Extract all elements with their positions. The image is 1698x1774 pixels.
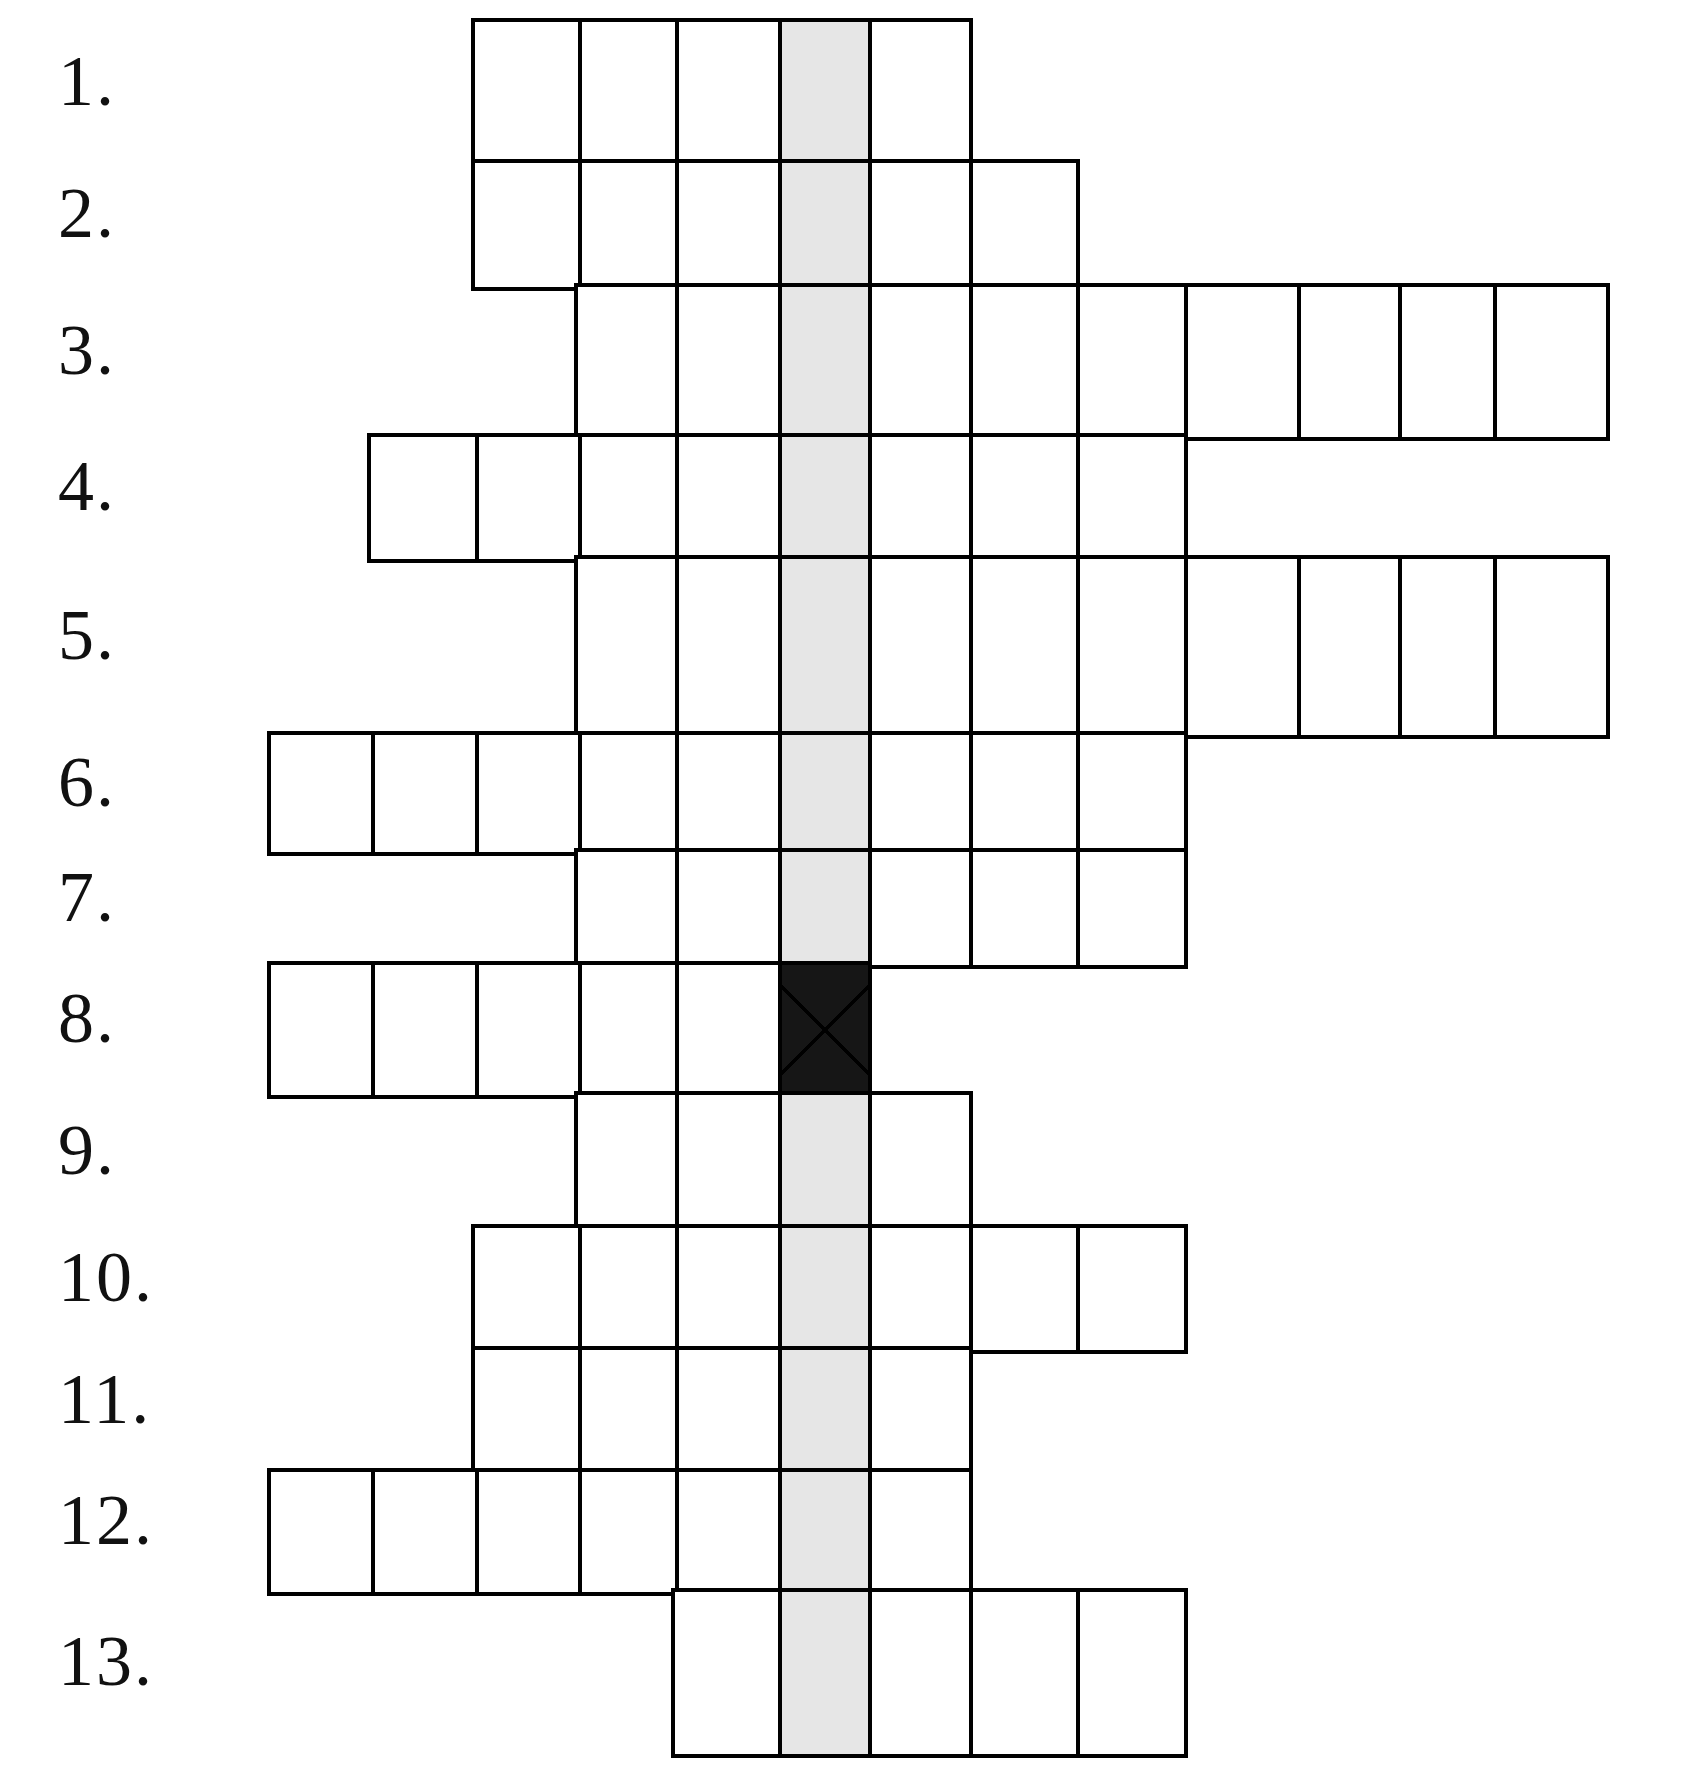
solution-column-cell[interactable] <box>778 287 868 437</box>
solution-column-cell[interactable] <box>778 1592 868 1754</box>
solution-column-cell[interactable] <box>778 22 868 163</box>
answer-row-13 <box>671 1588 1188 1758</box>
letter-cell[interactable] <box>969 1228 1076 1350</box>
answer-row-4 <box>367 433 1188 563</box>
solution-column-cell[interactable] <box>778 1228 868 1350</box>
letter-cell[interactable] <box>969 559 1076 735</box>
letter-cell[interactable] <box>1398 287 1493 437</box>
letter-cell[interactable] <box>868 1472 969 1592</box>
letter-cell[interactable] <box>675 437 778 559</box>
letter-cell[interactable] <box>675 1228 778 1350</box>
row-number-label-6: 6. <box>58 746 116 818</box>
letter-cell[interactable] <box>868 22 969 163</box>
letter-cell[interactable] <box>1076 852 1184 965</box>
letter-cell[interactable] <box>1076 1592 1184 1754</box>
letter-cell[interactable] <box>578 965 675 1095</box>
letter-cell[interactable] <box>969 735 1076 852</box>
letter-cell[interactable] <box>675 1472 778 1592</box>
letter-cell[interactable] <box>475 735 578 852</box>
letter-cell[interactable] <box>868 1350 969 1472</box>
letter-cell[interactable] <box>675 287 778 437</box>
letter-cell[interactable] <box>1297 559 1398 735</box>
letter-cell[interactable] <box>675 163 778 287</box>
row-number-label-1: 1. <box>58 45 116 117</box>
letter-cell[interactable] <box>1184 559 1297 735</box>
answer-row-3 <box>574 283 1610 441</box>
letter-cell[interactable] <box>271 965 371 1095</box>
answer-row-1 <box>471 18 973 167</box>
letter-cell[interactable] <box>868 852 969 965</box>
answer-row-5 <box>574 555 1610 739</box>
answer-row-10 <box>471 1224 1188 1354</box>
letter-cell[interactable] <box>475 163 578 287</box>
letter-cell[interactable] <box>969 287 1076 437</box>
solution-column-cell[interactable] <box>778 852 868 965</box>
answer-row-6 <box>267 731 1188 856</box>
letter-cell[interactable] <box>578 163 675 287</box>
letter-cell[interactable] <box>675 1095 778 1228</box>
answer-row-7 <box>574 848 1188 969</box>
row-number-label-2: 2. <box>58 177 116 249</box>
letter-cell[interactable] <box>578 287 675 437</box>
letter-cell[interactable] <box>868 1228 969 1350</box>
letter-cell[interactable] <box>578 559 675 735</box>
letter-cell[interactable] <box>578 1350 675 1472</box>
row-number-label-13: 13. <box>58 1625 154 1697</box>
letter-cell[interactable] <box>475 22 578 163</box>
letter-cell[interactable] <box>271 735 371 852</box>
answer-row-2 <box>471 159 1080 291</box>
answer-row-12 <box>267 1468 973 1596</box>
row-number-label-8: 8. <box>58 982 116 1054</box>
letter-cell[interactable] <box>1493 559 1606 735</box>
letter-cell[interactable] <box>475 1472 578 1592</box>
letter-cell[interactable] <box>1076 437 1184 559</box>
letter-cell[interactable] <box>271 1472 371 1592</box>
letter-cell[interactable] <box>675 852 778 965</box>
row-number-label-3: 3. <box>58 314 116 386</box>
solution-column-cell[interactable] <box>778 735 868 852</box>
letter-cell[interactable] <box>1076 287 1184 437</box>
letter-cell[interactable] <box>868 287 969 437</box>
letter-cell[interactable] <box>371 735 475 852</box>
row-number-label-11: 11. <box>58 1363 151 1435</box>
row-number-label-9: 9. <box>58 1114 116 1186</box>
letter-cell[interactable] <box>969 163 1076 287</box>
letter-cell[interactable] <box>1076 559 1184 735</box>
letter-cell[interactable] <box>475 1350 578 1472</box>
solution-column-cell[interactable] <box>778 163 868 287</box>
letter-cell[interactable] <box>1184 287 1297 437</box>
row-number-label-10: 10. <box>58 1241 154 1313</box>
solution-column-cell[interactable] <box>778 1472 868 1592</box>
letter-cell[interactable] <box>675 735 778 852</box>
letter-cell[interactable] <box>475 437 578 559</box>
puzzle-board: 1.2.3.4.5.6.7.8.9.10.11.12.13. <box>0 0 1698 1774</box>
letter-cell[interactable] <box>1076 1228 1184 1350</box>
letter-cell[interactable] <box>1398 559 1493 735</box>
letter-cell[interactable] <box>578 852 675 965</box>
letter-cell[interactable] <box>578 735 675 852</box>
letter-cell[interactable] <box>1297 287 1398 437</box>
solution-column-cell[interactable] <box>778 559 868 735</box>
letter-cell[interactable] <box>675 22 778 163</box>
row-number-label-5: 5. <box>58 599 116 671</box>
letter-cell[interactable] <box>371 1472 475 1592</box>
letter-cell[interactable] <box>868 1095 969 1228</box>
letter-cell[interactable] <box>868 559 969 735</box>
page: 1.2.3.4.5.6.7.8.9.10.11.12.13. <box>0 0 1698 1774</box>
letter-cell[interactable] <box>578 22 675 163</box>
letter-cell[interactable] <box>578 437 675 559</box>
letter-cell[interactable] <box>969 1592 1076 1754</box>
letter-cell[interactable] <box>475 1228 578 1350</box>
row-number-label-4: 4. <box>58 450 116 522</box>
letter-cell[interactable] <box>969 852 1076 965</box>
row-number-label-7: 7. <box>58 861 116 933</box>
solution-column-cell[interactable] <box>778 437 868 559</box>
letter-cell[interactable] <box>675 1592 778 1754</box>
letter-cell[interactable] <box>371 437 475 559</box>
letter-cell[interactable] <box>1076 735 1184 852</box>
letter-cell[interactable] <box>868 163 969 287</box>
letter-cell[interactable] <box>578 1228 675 1350</box>
answer-row-9 <box>574 1091 973 1232</box>
letter-cell[interactable] <box>675 965 778 1095</box>
letter-cell[interactable] <box>578 1095 675 1228</box>
letter-cell[interactable] <box>675 559 778 735</box>
letter-cell[interactable] <box>868 1592 969 1754</box>
letter-cell[interactable] <box>371 965 475 1095</box>
letter-cell[interactable] <box>475 965 578 1095</box>
letter-cell[interactable] <box>578 1472 675 1592</box>
letter-cell[interactable] <box>868 437 969 559</box>
answer-row-8 <box>267 961 872 1099</box>
blocked-cell <box>778 965 868 1095</box>
row-number-label-12: 12. <box>58 1484 154 1556</box>
letter-cell[interactable] <box>1493 287 1606 437</box>
solution-column-cell[interactable] <box>778 1350 868 1472</box>
letter-cell[interactable] <box>868 735 969 852</box>
solution-column-cell[interactable] <box>778 1095 868 1228</box>
answer-row-11 <box>471 1346 973 1476</box>
letter-cell[interactable] <box>675 1350 778 1472</box>
letter-cell[interactable] <box>969 437 1076 559</box>
